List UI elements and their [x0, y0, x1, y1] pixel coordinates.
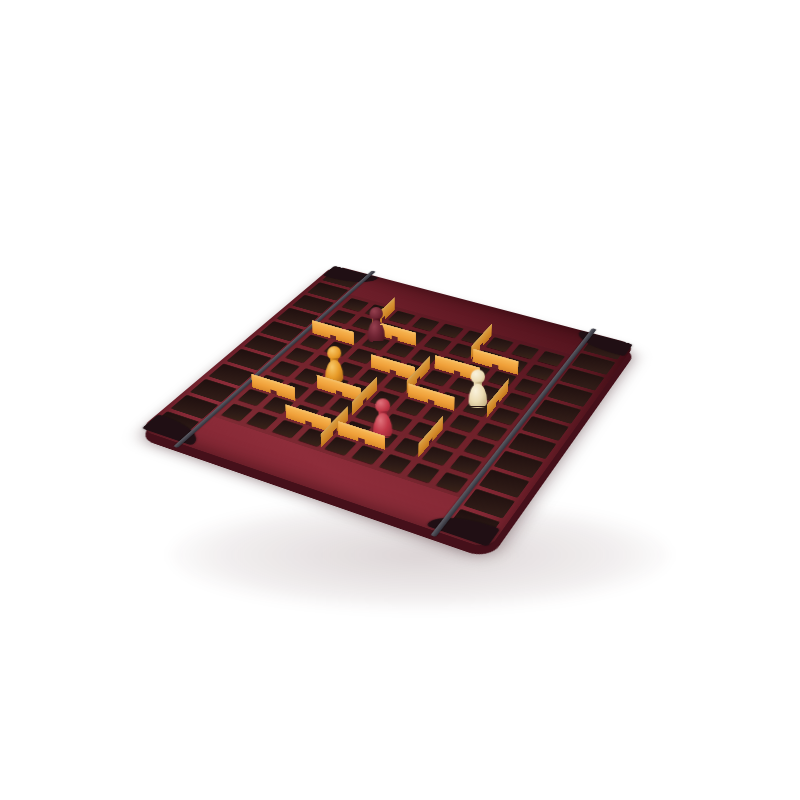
product-photo-scene: Quoridor wooden strategy board game - fo… — [0, 0, 800, 800]
cell-c9r5[interactable] — [490, 407, 520, 425]
cell-c3r1[interactable] — [388, 310, 415, 324]
cell-c5r1[interactable] — [436, 323, 464, 338]
cell-c8r9[interactable] — [407, 463, 440, 483]
pawn-burgundy[interactable] — [367, 307, 386, 343]
cell-c9r1[interactable] — [537, 351, 565, 367]
caption: Quoridor wooden strategy board game - fo… — [0, 0, 1, 1]
cell-c3r7[interactable] — [304, 390, 335, 407]
cell-c9r8[interactable] — [450, 455, 482, 475]
cell-c9r7[interactable] — [464, 438, 495, 457]
cell-c1r8[interactable] — [238, 389, 269, 406]
cell-c9r9[interactable] — [436, 472, 469, 493]
cell-c8r6[interactable] — [450, 414, 481, 432]
cell-c5r2[interactable] — [424, 336, 452, 351]
pawn-body — [469, 384, 487, 409]
cell-c1r2[interactable] — [328, 310, 356, 324]
cell-c6r9[interactable] — [352, 445, 384, 464]
cell-c8r8[interactable] — [422, 446, 454, 465]
cell-c7r1[interactable] — [486, 337, 514, 352]
cell-c9r2[interactable] — [526, 364, 555, 380]
cell-c4r1[interactable] — [412, 317, 440, 331]
cell-c7r9[interactable] — [379, 454, 411, 474]
cell-c1r6[interactable] — [270, 361, 300, 377]
cell-c1r9[interactable] — [221, 403, 253, 421]
pawn-body — [368, 320, 385, 343]
cell-c9r3[interactable] — [514, 378, 543, 395]
cell-c3r9[interactable] — [272, 420, 304, 438]
quoridor-board — [139, 265, 635, 549]
cell-c9r4[interactable] — [502, 392, 532, 409]
pawn-ivory[interactable] — [468, 369, 489, 408]
cell-c2r9[interactable] — [246, 411, 278, 429]
cell-c1r5[interactable] — [285, 347, 314, 363]
cell-c8r1[interactable] — [511, 344, 539, 359]
cell-c9r6[interactable] — [477, 423, 508, 441]
cell-c1r1[interactable] — [342, 298, 369, 312]
cell-c8r7[interactable] — [436, 430, 467, 449]
